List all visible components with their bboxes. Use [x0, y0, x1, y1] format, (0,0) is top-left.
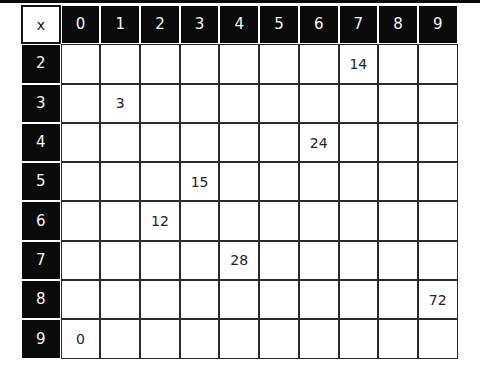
row-header-cell: 9: [21, 319, 61, 358]
product-cell: [100, 319, 140, 358]
product-cell: [219, 44, 259, 83]
product-cell: [259, 319, 299, 358]
product-cell: [140, 162, 180, 201]
product-cell: [219, 280, 259, 319]
product-cell: [219, 201, 259, 240]
row-header-cell: 7: [21, 241, 61, 280]
product-cell: [259, 162, 299, 201]
product-cell: [378, 84, 418, 123]
product-cell: [180, 84, 220, 123]
multiplication-table: x01234567892143342451561272887290: [21, 5, 458, 359]
product-cell: [61, 162, 101, 201]
product-cell: [140, 319, 180, 358]
product-cell: [100, 241, 140, 280]
product-cell: [259, 280, 299, 319]
column-header-cell: 0: [61, 5, 101, 44]
product-cell: [339, 241, 379, 280]
product-cell: [259, 241, 299, 280]
product-cell: [339, 201, 379, 240]
product-cell: [219, 84, 259, 123]
product-cell: [299, 84, 339, 123]
product-cell: [61, 280, 101, 319]
product-cell: [140, 123, 180, 162]
product-cell: [259, 84, 299, 123]
product-cell: [140, 44, 180, 83]
product-cell: [418, 123, 458, 162]
product-cell: [418, 84, 458, 123]
product-cell: [299, 162, 339, 201]
product-cell: [219, 162, 259, 201]
column-header-cell: 8: [378, 5, 418, 44]
product-cell: 3: [100, 84, 140, 123]
column-header-cell: 5: [259, 5, 299, 44]
product-cell: 72: [418, 280, 458, 319]
product-cell: [219, 123, 259, 162]
product-cell: [339, 280, 379, 319]
product-cell: [259, 201, 299, 240]
column-header-cell: 6: [299, 5, 339, 44]
product-cell: [100, 44, 140, 83]
product-cell: 15: [180, 162, 220, 201]
product-cell: [61, 201, 101, 240]
product-cell: [100, 162, 140, 201]
product-cell: [339, 162, 379, 201]
product-cell: [259, 44, 299, 83]
product-cell: [418, 44, 458, 83]
worksheet-page: x01234567892143342451561272887290: [0, 0, 480, 368]
product-cell: [100, 280, 140, 319]
row-header-cell: 6: [21, 201, 61, 240]
product-cell: [180, 123, 220, 162]
product-cell: [418, 201, 458, 240]
column-header-cell: 9: [418, 5, 458, 44]
product-cell: [378, 123, 418, 162]
product-cell: 24: [299, 123, 339, 162]
row-header-cell: 5: [21, 162, 61, 201]
product-cell: [378, 241, 418, 280]
product-cell: [180, 44, 220, 83]
row-header-cell: 8: [21, 280, 61, 319]
product-cell: [299, 319, 339, 358]
column-header-cell: 7: [339, 5, 379, 44]
column-header-cell: 3: [180, 5, 220, 44]
row-header-cell: 2: [21, 44, 61, 83]
product-cell: [418, 241, 458, 280]
product-cell: [378, 201, 418, 240]
product-cell: [61, 84, 101, 123]
product-cell: 12: [140, 201, 180, 240]
product-cell: [219, 319, 259, 358]
product-cell: 14: [339, 44, 379, 83]
product-cell: [259, 123, 299, 162]
product-cell: [378, 319, 418, 358]
product-cell: 28: [219, 241, 259, 280]
product-cell: [339, 319, 379, 358]
product-cell: [180, 319, 220, 358]
product-cell: [180, 241, 220, 280]
column-header-cell: 2: [140, 5, 180, 44]
product-cell: [378, 44, 418, 83]
product-cell: [418, 162, 458, 201]
product-cell: [100, 201, 140, 240]
product-cell: [378, 162, 418, 201]
column-header-cell: 4: [219, 5, 259, 44]
product-cell: [378, 280, 418, 319]
product-cell: [140, 84, 180, 123]
product-cell: [180, 201, 220, 240]
product-cell: [140, 280, 180, 319]
product-cell: [61, 44, 101, 83]
row-header-cell: 4: [21, 123, 61, 162]
column-header-cell: 1: [100, 5, 140, 44]
x-corner-cell: x: [21, 5, 61, 44]
product-cell: [180, 280, 220, 319]
row-header-cell: 3: [21, 84, 61, 123]
product-cell: [100, 123, 140, 162]
top-border-bar: [0, 0, 480, 3]
product-cell: [299, 44, 339, 83]
product-cell: [299, 280, 339, 319]
product-cell: [61, 123, 101, 162]
product-cell: [61, 241, 101, 280]
product-cell: [140, 241, 180, 280]
product-cell: [418, 319, 458, 358]
product-cell: [339, 123, 379, 162]
product-cell: [339, 84, 379, 123]
product-cell: [299, 241, 339, 280]
product-cell: 0: [61, 319, 101, 358]
product-cell: [299, 201, 339, 240]
